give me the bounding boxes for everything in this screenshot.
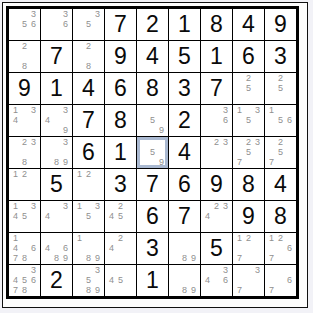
candidate-mark xyxy=(139,138,148,148)
pencil-marks: 245 xyxy=(105,201,136,232)
candidate-mark xyxy=(125,276,134,286)
candidate-mark xyxy=(93,180,102,190)
candidate-mark xyxy=(276,244,285,254)
candidate-mark xyxy=(107,253,116,263)
cell-r1c5[interactable]: 2 xyxy=(137,9,168,40)
candidate-mark xyxy=(235,116,244,126)
candidate-mark: 9 xyxy=(189,253,198,263)
cell-r5c4[interactable]: 1 xyxy=(105,137,136,168)
pencil-marks: 59 xyxy=(137,105,168,136)
candidate-mark: 8 xyxy=(20,285,29,295)
candidate-mark xyxy=(84,234,93,244)
pencil-marks: 59 xyxy=(137,137,168,168)
cell-r7c9[interactable]: 8 xyxy=(265,201,296,232)
candidate-mark xyxy=(171,285,180,295)
candidate-mark xyxy=(43,29,52,39)
candidate-mark xyxy=(171,234,180,244)
candidate-mark xyxy=(93,42,102,52)
candidate-mark xyxy=(235,93,244,103)
cell-value: 8 xyxy=(265,201,296,232)
candidate-mark: 2 xyxy=(20,42,29,52)
cell-r2c9[interactable]: 3 xyxy=(265,41,296,72)
cell-r9c1[interactable]: 345678 xyxy=(9,265,40,296)
cell-r9c2[interactable]: 2 xyxy=(41,265,72,296)
cell-r2c6[interactable]: 5 xyxy=(169,41,200,72)
cell-r7c6[interactable]: 7 xyxy=(169,201,200,232)
candidate-mark: 3 xyxy=(93,266,102,276)
candidate-mark xyxy=(253,253,262,263)
candidate-mark xyxy=(11,42,20,52)
candidate-mark: 2 xyxy=(212,138,221,148)
candidate-mark xyxy=(189,244,198,254)
cell-r3c1[interactable]: 9 xyxy=(9,73,40,104)
cell-r8c2[interactable]: 4689 xyxy=(41,233,72,264)
cell-r7c5[interactable]: 6 xyxy=(137,201,168,232)
cell-r1c4[interactable]: 7 xyxy=(105,9,136,40)
cell-r3c5[interactable]: 8 xyxy=(137,73,168,104)
candidate-mark xyxy=(52,244,61,254)
cell-r4c9[interactable]: 156 xyxy=(265,105,296,136)
candidate-mark xyxy=(52,148,61,158)
cell-r9c5[interactable]: 1 xyxy=(137,265,168,296)
candidate-mark: 7 xyxy=(235,157,244,167)
pencil-marks: 1345 xyxy=(9,201,40,232)
cell-r2c2[interactable]: 7 xyxy=(41,41,72,72)
cell-r8c6[interactable]: 89 xyxy=(169,233,200,264)
candidate-mark xyxy=(75,61,84,71)
candidate-mark xyxy=(253,234,262,244)
candidate-mark: 7 xyxy=(11,253,20,263)
candidate-mark: 4 xyxy=(43,116,52,126)
cell-r9c3[interactable]: 3589 xyxy=(73,265,104,296)
candidate-mark: 6 xyxy=(285,244,294,254)
cell-r6c2[interactable]: 5 xyxy=(41,169,72,200)
candidate-mark: 2 xyxy=(20,138,29,148)
candidate-mark: 9 xyxy=(93,253,102,263)
candidate-mark xyxy=(235,125,244,135)
candidate-mark xyxy=(75,189,84,199)
cell-value: 1 xyxy=(41,73,72,104)
candidate-mark xyxy=(84,221,93,231)
cell-r7c2[interactable]: 34 xyxy=(41,201,72,232)
candidate-mark xyxy=(116,244,125,254)
candidate-mark xyxy=(52,212,61,222)
candidate-mark xyxy=(244,93,253,103)
cell-r6c6[interactable]: 6 xyxy=(169,169,200,200)
candidate-mark xyxy=(84,244,93,254)
cell-r5c1[interactable]: 238 xyxy=(9,137,40,168)
cell-r4c1[interactable]: 134 xyxy=(9,105,40,136)
candidate-mark xyxy=(84,180,93,190)
candidate-mark xyxy=(75,221,84,231)
candidate-mark: 5 xyxy=(116,276,125,286)
cell-r6c9[interactable]: 4 xyxy=(265,169,296,200)
cell-r4c3[interactable]: 7 xyxy=(73,105,104,136)
cell-r9c8[interactable]: 37 xyxy=(233,265,264,296)
cell-r6c3[interactable]: 12 xyxy=(73,169,104,200)
cell-value: 4 xyxy=(73,73,104,104)
candidate-mark xyxy=(43,20,52,30)
candidate-mark xyxy=(235,138,244,148)
cell-r3c8[interactable]: 25 xyxy=(233,73,264,104)
candidate-mark: 4 xyxy=(11,212,20,222)
candidate-mark xyxy=(93,52,102,62)
cell-r2c8[interactable]: 6 xyxy=(233,41,264,72)
candidate-mark xyxy=(189,234,198,244)
cell-r9c9[interactable]: 67 xyxy=(265,265,296,296)
cell-r3c7[interactable]: 7 xyxy=(201,73,232,104)
candidate-mark xyxy=(276,253,285,263)
candidate-mark: 3 xyxy=(253,106,262,116)
candidate-mark: 8 xyxy=(20,253,29,263)
candidate-mark xyxy=(171,266,180,276)
candidate-mark: 2 xyxy=(276,234,285,244)
candidate-mark xyxy=(212,221,221,231)
candidate-mark xyxy=(221,157,230,167)
cell-r5c6[interactable]: 4 xyxy=(169,137,200,168)
candidate-mark xyxy=(148,125,157,135)
candidate-mark xyxy=(244,244,253,254)
candidate-mark xyxy=(189,266,198,276)
candidate-mark xyxy=(29,148,38,158)
candidate-mark xyxy=(221,285,230,295)
candidate-mark xyxy=(75,42,84,52)
cell-value: 5 xyxy=(169,41,200,72)
cell-r6c8[interactable]: 8 xyxy=(233,169,264,200)
candidate-mark xyxy=(93,29,102,39)
candidate-mark xyxy=(157,106,166,116)
cell-value: 4 xyxy=(265,169,296,200)
candidate-mark xyxy=(171,276,180,286)
candidate-mark: 3 xyxy=(29,202,38,212)
cell-r3c3[interactable]: 4 xyxy=(73,73,104,104)
candidate-mark xyxy=(11,189,20,199)
candidate-mark: 2 xyxy=(116,234,125,244)
cell-value: 8 xyxy=(137,73,168,104)
candidate-mark xyxy=(285,253,294,263)
cell-r5c7[interactable]: 23 xyxy=(201,137,232,168)
candidate-mark: 5 xyxy=(276,148,285,158)
candidate-mark xyxy=(125,234,134,244)
candidate-mark: 4 xyxy=(43,244,52,254)
cell-value: 6 xyxy=(73,137,104,168)
pencil-marks: 257 xyxy=(265,137,296,168)
cell-value: 9 xyxy=(201,169,232,200)
cell-value: 1 xyxy=(201,41,232,72)
candidate-mark xyxy=(61,221,70,231)
candidate-mark: 5 xyxy=(20,20,29,30)
candidate-mark xyxy=(180,234,189,244)
pencil-marks: 345678 xyxy=(9,265,40,296)
candidate-mark xyxy=(11,125,20,135)
candidate-mark xyxy=(43,253,52,263)
candidate-mark: 8 xyxy=(84,285,93,295)
candidate-mark: 5 xyxy=(244,116,253,126)
cell-value: 3 xyxy=(265,41,296,72)
cell-r5c8[interactable]: 2357 xyxy=(233,137,264,168)
cell-r5c5[interactable]: 59 xyxy=(137,137,168,168)
cell-r8c9[interactable]: 1267 xyxy=(265,233,296,264)
candidate-mark: 5 xyxy=(84,276,93,286)
candidate-mark: 6 xyxy=(285,116,294,126)
candidate-mark: 3 xyxy=(93,202,102,212)
cell-r4c4[interactable]: 8 xyxy=(105,105,136,136)
cell-r1c3[interactable]: 35 xyxy=(73,9,104,40)
candidate-mark xyxy=(189,276,198,286)
cell-r7c1[interactable]: 1345 xyxy=(9,201,40,232)
cell-r2c4[interactable]: 9 xyxy=(105,41,136,72)
cell-r6c5[interactable]: 7 xyxy=(137,169,168,200)
candidate-mark xyxy=(221,148,230,158)
board-panel: 3563635721849287289451639146837252513434… xyxy=(2,2,308,308)
cell-r9c6[interactable]: 89 xyxy=(169,265,200,296)
candidate-mark xyxy=(285,74,294,84)
candidate-mark xyxy=(253,93,262,103)
candidate-mark xyxy=(253,285,262,295)
candidate-mark: 9 xyxy=(157,157,166,167)
candidate-mark xyxy=(11,180,20,190)
cell-value: 1 xyxy=(169,9,200,40)
candidate-mark xyxy=(212,212,221,222)
candidate-mark xyxy=(253,157,262,167)
candidate-mark xyxy=(75,29,84,39)
pencil-marks: 135 xyxy=(73,201,104,232)
cell-value: 4 xyxy=(169,137,200,168)
cell-r1c7[interactable]: 8 xyxy=(201,9,232,40)
candidate-mark xyxy=(29,29,38,39)
candidate-mark xyxy=(11,20,20,30)
candidate-mark xyxy=(11,52,20,62)
candidate-mark: 2 xyxy=(84,170,93,180)
candidate-mark: 6 xyxy=(285,276,294,286)
pencil-marks: 346 xyxy=(201,265,232,296)
pencil-marks: 238 xyxy=(9,137,40,168)
cell-r1c9[interactable]: 9 xyxy=(265,9,296,40)
cell-r2c1[interactable]: 28 xyxy=(9,41,40,72)
candidate-mark: 7 xyxy=(235,253,244,263)
cell-r6c1[interactable]: 12 xyxy=(9,169,40,200)
candidate-mark xyxy=(52,138,61,148)
cell-r8c3[interactable]: 189 xyxy=(73,233,104,264)
candidate-mark xyxy=(276,266,285,276)
candidate-mark xyxy=(203,125,212,135)
cell-r2c7[interactable]: 1 xyxy=(201,41,232,72)
cell-r7c4[interactable]: 245 xyxy=(105,201,136,232)
candidate-mark xyxy=(61,212,70,222)
pencil-marks: 189 xyxy=(73,233,104,264)
candidate-mark: 5 xyxy=(244,148,253,158)
candidate-mark xyxy=(244,253,253,263)
candidate-mark xyxy=(93,61,102,71)
candidate-mark: 4 xyxy=(11,276,20,286)
cell-r3c4[interactable]: 6 xyxy=(105,73,136,104)
pencil-marks: 89 xyxy=(169,265,200,296)
pencil-marks: 134 xyxy=(9,105,40,136)
candidate-mark xyxy=(116,221,125,231)
cell-r7c3[interactable]: 135 xyxy=(73,201,104,232)
candidate-mark xyxy=(244,157,253,167)
candidate-mark xyxy=(43,10,52,20)
candidate-mark: 1 xyxy=(11,170,20,180)
candidate-mark xyxy=(212,106,221,116)
candidate-mark xyxy=(75,285,84,295)
candidate-mark xyxy=(11,148,20,158)
candidate-mark xyxy=(93,170,102,180)
pencil-marks: 67 xyxy=(265,265,296,296)
candidate-mark xyxy=(276,157,285,167)
cell-r1c2[interactable]: 36 xyxy=(41,9,72,40)
candidate-mark: 2 xyxy=(244,234,253,244)
pencil-marks: 356 xyxy=(9,9,40,40)
candidate-mark: 8 xyxy=(52,253,61,263)
cell-r4c5[interactable]: 59 xyxy=(137,105,168,136)
candidate-mark: 8 xyxy=(20,157,29,167)
candidate-mark: 1 xyxy=(267,106,276,116)
cell-r4c2[interactable]: 349 xyxy=(41,105,72,136)
candidate-mark xyxy=(20,148,29,158)
candidate-mark xyxy=(221,212,230,222)
candidate-mark xyxy=(29,61,38,71)
candidate-mark xyxy=(235,74,244,84)
pencil-marks: 12 xyxy=(9,169,40,200)
cell-r1c1[interactable]: 356 xyxy=(9,9,40,40)
candidate-mark xyxy=(203,148,212,158)
candidate-mark xyxy=(276,93,285,103)
candidate-mark xyxy=(253,276,262,286)
candidate-mark xyxy=(148,157,157,167)
candidate-mark xyxy=(11,29,20,39)
candidate-mark xyxy=(285,125,294,135)
candidate-mark xyxy=(20,180,29,190)
candidate-mark xyxy=(180,266,189,276)
pencil-marks: 28 xyxy=(9,41,40,72)
candidate-mark xyxy=(43,157,52,167)
candidate-mark: 4 xyxy=(11,244,20,254)
candidate-mark xyxy=(212,266,221,276)
cell-r4c7[interactable]: 36 xyxy=(201,105,232,136)
cell-r1c6[interactable]: 1 xyxy=(169,9,200,40)
candidate-mark xyxy=(285,148,294,158)
cell-r8c5[interactable]: 3 xyxy=(137,233,168,264)
candidate-mark xyxy=(20,221,29,231)
candidate-mark xyxy=(139,106,148,116)
pencil-marks: 35 xyxy=(73,9,104,40)
cell-r6c4[interactable]: 3 xyxy=(105,169,136,200)
candidate-mark xyxy=(11,10,20,20)
candidate-mark xyxy=(29,125,38,135)
candidate-mark xyxy=(52,116,61,126)
candidate-mark xyxy=(43,125,52,135)
cell-value: 8 xyxy=(105,105,136,136)
candidate-mark xyxy=(75,52,84,62)
cell-r8c7[interactable]: 5 xyxy=(201,233,232,264)
cell-r7c7[interactable]: 234 xyxy=(201,201,232,232)
candidate-mark xyxy=(43,221,52,231)
pencil-marks: 4689 xyxy=(41,233,72,264)
cell-r9c4[interactable]: 45 xyxy=(105,265,136,296)
cell-value: 9 xyxy=(9,73,40,104)
cell-r5c9[interactable]: 257 xyxy=(265,137,296,168)
pencil-marks: 36 xyxy=(41,9,72,40)
cell-r7c8[interactable]: 9 xyxy=(233,201,264,232)
cell-r8c1[interactable]: 14678 xyxy=(9,233,40,264)
candidate-mark xyxy=(75,212,84,222)
cell-r4c6[interactable]: 2 xyxy=(169,105,200,136)
candidate-mark xyxy=(180,276,189,286)
cell-r9c7[interactable]: 346 xyxy=(201,265,232,296)
pencil-marks: 36 xyxy=(201,105,232,136)
candidate-mark: 4 xyxy=(203,212,212,222)
candidate-mark: 7 xyxy=(267,285,276,295)
candidate-mark xyxy=(139,157,148,167)
candidate-mark: 4 xyxy=(203,276,212,286)
candidate-mark xyxy=(267,116,276,126)
candidate-mark xyxy=(29,157,38,167)
cell-r5c3[interactable]: 6 xyxy=(73,137,104,168)
candidate-mark xyxy=(29,42,38,52)
candidate-mark: 6 xyxy=(29,20,38,30)
candidate-mark xyxy=(157,148,166,158)
cell-r8c4[interactable]: 24 xyxy=(105,233,136,264)
candidate-mark: 8 xyxy=(180,285,189,295)
pencil-marks: 37 xyxy=(233,265,264,296)
candidate-mark xyxy=(139,125,148,135)
pencil-marks: 135 xyxy=(233,105,264,136)
candidate-mark xyxy=(171,244,180,254)
cell-r2c5[interactable]: 4 xyxy=(137,41,168,72)
candidate-mark: 5 xyxy=(84,20,93,30)
cell-value: 2 xyxy=(41,265,72,296)
cell-r2c3[interactable]: 28 xyxy=(73,41,104,72)
cell-r3c9[interactable]: 25 xyxy=(265,73,296,104)
cell-r4c8[interactable]: 135 xyxy=(233,105,264,136)
candidate-mark xyxy=(203,285,212,295)
cell-value: 7 xyxy=(169,201,200,232)
cell-r6c7[interactable]: 9 xyxy=(201,169,232,200)
candidate-mark xyxy=(157,138,166,148)
candidate-mark xyxy=(267,148,276,158)
cell-r5c2[interactable]: 389 xyxy=(41,137,72,168)
candidate-mark: 6 xyxy=(221,116,230,126)
cell-r3c2[interactable]: 1 xyxy=(41,73,72,104)
pencil-marks: 3589 xyxy=(73,265,104,296)
candidate-mark: 2 xyxy=(84,42,93,52)
cell-value: 2 xyxy=(169,105,200,136)
candidate-mark xyxy=(221,125,230,135)
candidate-mark xyxy=(235,244,244,254)
cell-r1c8[interactable]: 4 xyxy=(233,9,264,40)
candidate-mark xyxy=(235,148,244,158)
cell-value: 5 xyxy=(201,233,232,264)
cell-r3c6[interactable]: 3 xyxy=(169,73,200,104)
candidate-mark xyxy=(52,234,61,244)
cell-value: 3 xyxy=(137,233,168,264)
candidate-mark xyxy=(20,125,29,135)
cell-value: 8 xyxy=(233,169,264,200)
candidate-mark xyxy=(29,212,38,222)
candidate-mark: 6 xyxy=(29,244,38,254)
candidate-mark xyxy=(253,244,262,254)
cell-r8c8[interactable]: 127 xyxy=(233,233,264,264)
candidate-mark: 3 xyxy=(29,106,38,116)
candidate-mark: 7 xyxy=(235,285,244,295)
candidate-mark xyxy=(93,212,102,222)
candidate-mark: 8 xyxy=(20,61,29,71)
candidate-mark: 9 xyxy=(189,285,198,295)
pencil-marks: 389 xyxy=(41,137,72,168)
candidate-mark xyxy=(267,84,276,94)
pencil-marks: 24 xyxy=(105,233,136,264)
